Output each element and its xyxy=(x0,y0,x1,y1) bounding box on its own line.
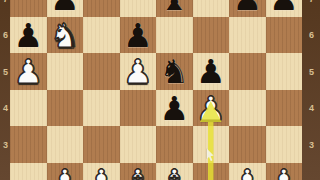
chess-board[interactable]: ♟♝♟♟♟♞♟♟♟♞♟♟♟♟♟♝♝♟♟ xyxy=(10,0,302,180)
piece-white-knight-b6[interactable]: ♞ xyxy=(47,17,84,54)
piece-black-pawn-e4[interactable]: ♟ xyxy=(156,90,193,127)
rank-label-5-right: 5 xyxy=(306,66,318,78)
square-f7[interactable] xyxy=(193,0,230,17)
square-a3[interactable] xyxy=(10,126,47,163)
rank-label-5-left: 5 xyxy=(0,66,12,78)
rank-label-7-right: 7 xyxy=(306,0,318,5)
square-f2[interactable] xyxy=(193,163,230,180)
piece-black-pawn-f5[interactable]: ♟ xyxy=(193,53,230,90)
board-frame-left xyxy=(0,0,10,180)
board-frame-right xyxy=(302,0,320,180)
square-h3[interactable] xyxy=(266,126,303,163)
rank-label-3-right: 3 xyxy=(306,139,318,151)
piece-white-pawn-a5[interactable]: ♟ xyxy=(10,53,47,90)
square-h6[interactable] xyxy=(266,17,303,54)
piece-white-pawn-b2[interactable]: ♟ xyxy=(47,163,84,180)
rank-label-6-left: 6 xyxy=(0,29,12,41)
square-d4[interactable] xyxy=(120,90,157,127)
piece-black-pawn-h7[interactable]: ♟ xyxy=(266,0,303,17)
square-f6[interactable] xyxy=(193,17,230,54)
square-c7[interactable] xyxy=(83,0,120,17)
square-d3[interactable] xyxy=(120,126,157,163)
piece-white-pawn-c2[interactable]: ♟ xyxy=(83,163,120,180)
rank-label-3-left: 3 xyxy=(0,139,12,151)
piece-white-bishop-e2[interactable]: ♝ xyxy=(156,163,193,180)
piece-black-pawn-d6[interactable]: ♟ xyxy=(120,17,157,54)
square-g5[interactable] xyxy=(229,53,266,90)
piece-black-pawn-a6[interactable]: ♟ xyxy=(10,17,47,54)
square-g4[interactable] xyxy=(229,90,266,127)
rank-label-7-left: 7 xyxy=(0,0,12,5)
rank-label-6-right: 6 xyxy=(306,29,318,41)
square-a4[interactable] xyxy=(10,90,47,127)
rank-label-4-right: 4 xyxy=(306,102,318,114)
piece-black-pawn-g7[interactable]: ♟ xyxy=(229,0,266,17)
square-b3[interactable] xyxy=(47,126,84,163)
square-c5[interactable] xyxy=(83,53,120,90)
square-b4[interactable] xyxy=(47,90,84,127)
square-e3[interactable] xyxy=(156,126,193,163)
square-g3[interactable] xyxy=(229,126,266,163)
rank-label-4-left: 4 xyxy=(0,102,12,114)
square-c6[interactable] xyxy=(83,17,120,54)
square-d7[interactable] xyxy=(120,0,157,17)
square-c3[interactable] xyxy=(83,126,120,163)
piece-black-knight-e5[interactable]: ♞ xyxy=(156,53,193,90)
square-h4[interactable] xyxy=(266,90,303,127)
piece-black-bishop-e7[interactable]: ♝ xyxy=(156,0,193,17)
square-h5[interactable] xyxy=(266,53,303,90)
piece-white-pawn-g2[interactable]: ♟ xyxy=(229,163,266,180)
square-a7[interactable] xyxy=(10,0,47,17)
piece-white-pawn-f4[interactable]: ♟ xyxy=(193,90,230,127)
square-b5[interactable] xyxy=(47,53,84,90)
piece-white-pawn-d5[interactable]: ♟ xyxy=(120,53,157,90)
piece-white-pawn-h2[interactable]: ♟ xyxy=(266,163,303,180)
square-a2[interactable] xyxy=(10,163,47,180)
piece-black-pawn-b7[interactable]: ♟ xyxy=(47,0,84,17)
piece-white-bishop-d2[interactable]: ♝ xyxy=(120,163,157,180)
square-c4[interactable] xyxy=(83,90,120,127)
square-g6[interactable] xyxy=(229,17,266,54)
video-frame: ♟♝♟♟♟♞♟♟♟♞♟♟♟♟♟♝♝♟♟ 7766554433 xyxy=(0,0,320,180)
square-e6[interactable] xyxy=(156,17,193,54)
